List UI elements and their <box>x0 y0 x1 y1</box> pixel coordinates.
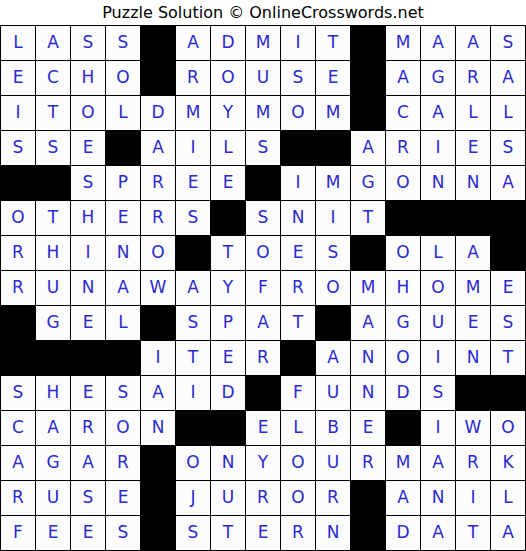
letter-cell: A <box>491 61 525 95</box>
letter-cell: A <box>36 26 70 60</box>
letter-cell: C <box>36 61 70 95</box>
letter-cell: D <box>211 376 245 410</box>
letter-cell: A <box>351 306 385 340</box>
black-cell <box>456 376 490 410</box>
letter-cell: F <box>281 376 315 410</box>
letter-cell: G <box>386 306 420 340</box>
black-cell <box>386 411 420 445</box>
letter-cell: D <box>386 516 420 550</box>
letter-cell: A <box>141 376 175 410</box>
letter-cell: R <box>71 411 105 445</box>
letter-cell: P <box>106 166 140 200</box>
black-cell <box>211 411 245 445</box>
letter-cell: R <box>1 271 35 305</box>
letter-cell: D <box>141 96 175 130</box>
letter-cell: I <box>421 131 455 165</box>
letter-cell: I <box>421 411 455 445</box>
letter-cell: L <box>106 306 140 340</box>
letter-cell: E <box>246 411 280 445</box>
letter-cell: T <box>176 341 210 375</box>
letter-cell: C <box>386 96 420 130</box>
letter-cell: T <box>456 516 490 550</box>
black-cell <box>71 341 105 375</box>
letter-cell: S <box>176 306 210 340</box>
letter-cell: E <box>456 131 490 165</box>
black-cell <box>491 201 525 235</box>
black-cell <box>281 341 315 375</box>
black-cell <box>211 201 245 235</box>
letter-cell: U <box>316 446 350 480</box>
letter-cell: S <box>1 131 35 165</box>
letter-cell: S <box>106 26 140 60</box>
letter-cell: M <box>316 166 350 200</box>
black-cell <box>1 306 35 340</box>
letter-cell: T <box>211 236 245 270</box>
letter-cell: S <box>71 166 105 200</box>
letter-cell: L <box>106 96 140 130</box>
letter-cell: A <box>351 131 385 165</box>
letter-cell: Y <box>246 446 280 480</box>
black-cell <box>36 166 70 200</box>
letter-cell: U <box>36 481 70 515</box>
letter-cell: S <box>71 26 105 60</box>
letter-cell: J <box>176 481 210 515</box>
black-cell <box>351 61 385 95</box>
letter-cell: S <box>1 376 35 410</box>
letter-cell: E <box>36 516 70 550</box>
black-cell <box>141 446 175 480</box>
letter-cell: R <box>1 236 35 270</box>
letter-cell: M <box>316 96 350 130</box>
black-cell <box>351 26 385 60</box>
letter-cell: A <box>421 446 455 480</box>
letter-cell: T <box>36 96 70 130</box>
letter-cell: R <box>176 61 210 95</box>
letter-cell: S <box>106 516 140 550</box>
letter-cell: S <box>36 131 70 165</box>
letter-cell: A <box>176 271 210 305</box>
letter-cell: M <box>246 26 280 60</box>
black-cell <box>351 516 385 550</box>
letter-cell: S <box>176 516 210 550</box>
letter-cell: M <box>351 271 385 305</box>
letter-cell: L <box>491 96 525 130</box>
letter-cell: S <box>491 26 525 60</box>
letter-cell: U <box>36 271 70 305</box>
letter-cell: O <box>106 411 140 445</box>
black-cell <box>106 131 140 165</box>
letter-cell: O <box>106 61 140 95</box>
letter-cell: W <box>141 271 175 305</box>
letter-cell: N <box>141 411 175 445</box>
letter-cell: O <box>491 411 525 445</box>
letter-cell: E <box>491 271 525 305</box>
letter-cell: I <box>1 96 35 130</box>
letter-cell: S <box>281 61 315 95</box>
black-cell <box>141 26 175 60</box>
page-title: Puzzle Solution © OnlineCrosswords.net <box>0 0 526 25</box>
letter-cell: S <box>491 131 525 165</box>
letter-cell: I <box>281 26 315 60</box>
letter-cell: R <box>281 516 315 550</box>
letter-cell: C <box>1 411 35 445</box>
letter-cell: E <box>246 516 280 550</box>
black-cell <box>36 341 70 375</box>
letter-cell: A <box>141 131 175 165</box>
letter-cell: A <box>176 26 210 60</box>
letter-cell: N <box>421 481 455 515</box>
black-cell <box>351 96 385 130</box>
letter-cell: S <box>246 201 280 235</box>
letter-cell: A <box>421 96 455 130</box>
black-cell <box>316 306 350 340</box>
letter-cell: A <box>71 446 105 480</box>
letter-cell: M <box>456 271 490 305</box>
letter-cell: A <box>491 166 525 200</box>
letter-cell: R <box>351 446 385 480</box>
letter-cell: L <box>211 131 245 165</box>
letter-cell: E <box>71 376 105 410</box>
letter-cell: E <box>211 341 245 375</box>
letter-cell: O <box>141 236 175 270</box>
letter-cell: L <box>1 26 35 60</box>
letter-cell: H <box>386 271 420 305</box>
letter-cell: S <box>491 306 525 340</box>
black-cell <box>351 236 385 270</box>
letter-cell: O <box>281 481 315 515</box>
letter-cell: S <box>106 376 140 410</box>
letter-cell: F <box>246 271 280 305</box>
letter-cell: N <box>106 236 140 270</box>
letter-cell: R <box>141 166 175 200</box>
letter-cell: R <box>386 131 420 165</box>
letter-cell: I <box>281 166 315 200</box>
letter-cell: O <box>1 201 35 235</box>
letter-cell: L <box>281 411 315 445</box>
letter-cell: L <box>491 481 525 515</box>
letter-cell: O <box>421 271 455 305</box>
letter-cell: N <box>71 271 105 305</box>
letter-cell: P <box>211 306 245 340</box>
letter-cell: N <box>351 341 385 375</box>
letter-cell: O <box>316 271 350 305</box>
letter-cell: I <box>71 236 105 270</box>
crossword-grid: LASSADMITMAASECHOROUSEAGRAITOLDMYMOMCALL… <box>0 25 526 551</box>
letter-cell: R <box>281 271 315 305</box>
letter-cell: A <box>386 481 420 515</box>
letter-cell: A <box>386 61 420 95</box>
black-cell <box>141 481 175 515</box>
letter-cell: A <box>316 341 350 375</box>
letter-cell: N <box>456 166 490 200</box>
letter-cell: S <box>176 201 210 235</box>
letter-cell: A <box>421 26 455 60</box>
letter-cell: R <box>246 341 280 375</box>
letter-cell: D <box>386 376 420 410</box>
letter-cell: O <box>386 341 420 375</box>
letter-cell: S <box>246 131 280 165</box>
letter-cell: E <box>351 411 385 445</box>
letter-cell: L <box>421 236 455 270</box>
letter-cell: E <box>316 61 350 95</box>
letter-cell: T <box>36 201 70 235</box>
letter-cell: B <box>316 411 350 445</box>
black-cell <box>141 516 175 550</box>
letter-cell: R <box>456 61 490 95</box>
letter-cell: M <box>176 96 210 130</box>
letter-cell: A <box>246 306 280 340</box>
letter-cell: E <box>106 481 140 515</box>
letter-cell: R <box>316 481 350 515</box>
letter-cell: U <box>211 481 245 515</box>
letter-cell: U <box>421 306 455 340</box>
letter-cell: N <box>456 341 490 375</box>
letter-cell: E <box>211 166 245 200</box>
black-cell <box>456 201 490 235</box>
letter-cell: I <box>456 481 490 515</box>
letter-cell: O <box>281 446 315 480</box>
letter-cell: U <box>246 61 280 95</box>
letter-cell: R <box>456 446 490 480</box>
black-cell <box>421 201 455 235</box>
black-cell <box>1 166 35 200</box>
letter-cell: R <box>141 201 175 235</box>
letter-cell: I <box>141 341 175 375</box>
letter-cell: O <box>386 166 420 200</box>
letter-cell: E <box>71 131 105 165</box>
letter-cell: T <box>211 516 245 550</box>
black-cell <box>141 306 175 340</box>
letter-cell: M <box>386 26 420 60</box>
letter-cell: F <box>1 516 35 550</box>
letter-cell: Y <box>211 96 245 130</box>
black-cell <box>141 61 175 95</box>
letter-cell: H <box>36 236 70 270</box>
letter-cell: A <box>491 516 525 550</box>
black-cell <box>386 201 420 235</box>
letter-cell: E <box>1 61 35 95</box>
letter-cell: D <box>211 26 245 60</box>
letter-cell: N <box>316 516 350 550</box>
letter-cell: U <box>316 376 350 410</box>
letter-cell: T <box>316 26 350 60</box>
letter-cell: H <box>71 201 105 235</box>
letter-cell: S <box>316 236 350 270</box>
black-cell <box>246 376 280 410</box>
letter-cell: A <box>456 236 490 270</box>
letter-cell: O <box>211 61 245 95</box>
black-cell <box>106 341 140 375</box>
letter-cell: M <box>246 96 280 130</box>
letter-cell: E <box>281 236 315 270</box>
letter-cell: T <box>491 341 525 375</box>
letter-cell: N <box>351 376 385 410</box>
letter-cell: I <box>176 131 210 165</box>
letter-cell: E <box>176 166 210 200</box>
black-cell <box>176 236 210 270</box>
puzzle-solution-page: Puzzle Solution © OnlineCrosswords.net L… <box>0 0 526 551</box>
letter-cell: G <box>36 446 70 480</box>
letter-cell: N <box>211 446 245 480</box>
letter-cell: E <box>106 201 140 235</box>
letter-cell: N <box>421 166 455 200</box>
black-cell <box>176 411 210 445</box>
black-cell <box>491 376 525 410</box>
letter-cell: T <box>351 201 385 235</box>
letter-cell: E <box>71 516 105 550</box>
letter-cell: G <box>421 61 455 95</box>
letter-cell: Y <box>211 271 245 305</box>
letter-cell: O <box>246 236 280 270</box>
letter-cell: N <box>281 201 315 235</box>
letter-cell: W <box>456 411 490 445</box>
letter-cell: O <box>71 96 105 130</box>
letter-cell: A <box>106 271 140 305</box>
letter-cell: E <box>456 306 490 340</box>
letter-cell: R <box>1 481 35 515</box>
letter-cell: A <box>421 516 455 550</box>
letter-cell: H <box>71 61 105 95</box>
letter-cell: R <box>106 446 140 480</box>
letter-cell: I <box>421 341 455 375</box>
letter-cell: A <box>456 26 490 60</box>
letter-cell: T <box>281 306 315 340</box>
black-cell <box>281 131 315 165</box>
black-cell <box>316 131 350 165</box>
letter-cell: R <box>246 481 280 515</box>
black-cell <box>246 166 280 200</box>
letter-cell: O <box>281 96 315 130</box>
letter-cell: M <box>386 446 420 480</box>
letter-cell: G <box>351 166 385 200</box>
letter-cell: G <box>36 306 70 340</box>
black-cell <box>1 341 35 375</box>
letter-cell: E <box>71 306 105 340</box>
letter-cell: H <box>36 376 70 410</box>
letter-cell: K <box>491 446 525 480</box>
letter-cell: A <box>1 446 35 480</box>
black-cell <box>351 481 385 515</box>
letter-cell: O <box>176 446 210 480</box>
letter-cell: O <box>386 236 420 270</box>
letter-cell: L <box>456 96 490 130</box>
letter-cell: A <box>36 411 70 445</box>
letter-cell: I <box>316 201 350 235</box>
letter-cell: S <box>421 376 455 410</box>
letter-cell: I <box>176 376 210 410</box>
letter-cell: S <box>71 481 105 515</box>
black-cell <box>491 236 525 270</box>
